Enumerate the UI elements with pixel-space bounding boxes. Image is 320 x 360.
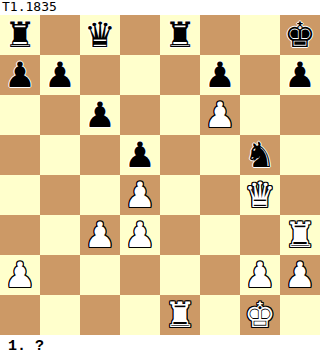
square-h2[interactable]: ♟ xyxy=(280,255,320,295)
white-pawn: ♟ xyxy=(124,215,155,255)
square-c6[interactable]: ♟ xyxy=(80,95,120,135)
square-a7[interactable]: ♟ xyxy=(0,55,40,95)
black-rook: ♜ xyxy=(164,15,195,55)
black-pawn: ♟ xyxy=(44,55,75,95)
square-b4[interactable] xyxy=(40,175,80,215)
square-h7[interactable]: ♟ xyxy=(280,55,320,95)
square-f3[interactable] xyxy=(200,215,240,255)
black-pawn: ♟ xyxy=(124,135,155,175)
square-e7[interactable] xyxy=(160,55,200,95)
square-e3[interactable] xyxy=(160,215,200,255)
white-pawn: ♟ xyxy=(204,95,235,135)
square-f1[interactable] xyxy=(200,295,240,335)
square-a3[interactable] xyxy=(0,215,40,255)
square-g7[interactable] xyxy=(240,55,280,95)
black-king: ♚ xyxy=(284,15,315,55)
square-e1[interactable]: ♜ xyxy=(160,295,200,335)
square-a4[interactable] xyxy=(0,175,40,215)
square-d6[interactable] xyxy=(120,95,160,135)
square-g5[interactable]: ♞ xyxy=(240,135,280,175)
square-e4[interactable] xyxy=(160,175,200,215)
square-c1[interactable] xyxy=(80,295,120,335)
square-d5[interactable]: ♟ xyxy=(120,135,160,175)
square-h3[interactable]: ♜ xyxy=(280,215,320,255)
chess-puzzle-app: T1.1835 ♜♛♜♚♟♟♟♟♟♟♟♞♟♛♟♟♜♟♟♟♜♚ 1. ? xyxy=(0,0,320,360)
black-pawn: ♟ xyxy=(284,55,315,95)
square-a2[interactable]: ♟ xyxy=(0,255,40,295)
square-c8[interactable]: ♛ xyxy=(80,15,120,55)
white-pawn: ♟ xyxy=(4,255,35,295)
square-c5[interactable] xyxy=(80,135,120,175)
square-h8[interactable]: ♚ xyxy=(280,15,320,55)
square-f8[interactable] xyxy=(200,15,240,55)
square-b8[interactable] xyxy=(40,15,80,55)
square-b5[interactable] xyxy=(40,135,80,175)
white-pawn: ♟ xyxy=(84,215,115,255)
square-h5[interactable] xyxy=(280,135,320,175)
square-b1[interactable] xyxy=(40,295,80,335)
black-pawn: ♟ xyxy=(204,55,235,95)
square-a6[interactable] xyxy=(0,95,40,135)
square-c7[interactable] xyxy=(80,55,120,95)
square-d2[interactable] xyxy=(120,255,160,295)
white-pawn: ♟ xyxy=(244,255,275,295)
square-g4[interactable]: ♛ xyxy=(240,175,280,215)
square-b3[interactable] xyxy=(40,215,80,255)
square-f6[interactable]: ♟ xyxy=(200,95,240,135)
square-e5[interactable] xyxy=(160,135,200,175)
square-a5[interactable] xyxy=(0,135,40,175)
square-c4[interactable] xyxy=(80,175,120,215)
square-f2[interactable] xyxy=(200,255,240,295)
square-e6[interactable] xyxy=(160,95,200,135)
square-h4[interactable] xyxy=(280,175,320,215)
square-d7[interactable] xyxy=(120,55,160,95)
square-f7[interactable]: ♟ xyxy=(200,55,240,95)
white-queen: ♛ xyxy=(244,175,275,215)
square-e2[interactable] xyxy=(160,255,200,295)
black-pawn: ♟ xyxy=(4,55,35,95)
square-h1[interactable] xyxy=(280,295,320,335)
square-b2[interactable] xyxy=(40,255,80,295)
square-g2[interactable]: ♟ xyxy=(240,255,280,295)
chess-board: ♜♛♜♚♟♟♟♟♟♟♟♞♟♛♟♟♜♟♟♟♜♚ xyxy=(0,15,320,335)
square-g1[interactable]: ♚ xyxy=(240,295,280,335)
square-g6[interactable] xyxy=(240,95,280,135)
white-king: ♚ xyxy=(244,295,275,335)
white-pawn: ♟ xyxy=(284,255,315,295)
square-f4[interactable] xyxy=(200,175,240,215)
square-d4[interactable]: ♟ xyxy=(120,175,160,215)
puzzle-id: T1.1835 xyxy=(0,0,320,15)
square-c3[interactable]: ♟ xyxy=(80,215,120,255)
square-g8[interactable] xyxy=(240,15,280,55)
white-pawn: ♟ xyxy=(124,175,155,215)
square-d1[interactable] xyxy=(120,295,160,335)
white-rook: ♜ xyxy=(164,295,195,335)
square-a8[interactable]: ♜ xyxy=(0,15,40,55)
square-c2[interactable] xyxy=(80,255,120,295)
square-e8[interactable]: ♜ xyxy=(160,15,200,55)
square-h6[interactable] xyxy=(280,95,320,135)
black-pawn: ♟ xyxy=(84,95,115,135)
move-prompt: 1. ? xyxy=(0,335,320,360)
black-queen: ♛ xyxy=(84,15,115,55)
square-a1[interactable] xyxy=(0,295,40,335)
square-b6[interactable] xyxy=(40,95,80,135)
square-b7[interactable]: ♟ xyxy=(40,55,80,95)
white-rook: ♜ xyxy=(284,215,315,255)
square-d3[interactable]: ♟ xyxy=(120,215,160,255)
square-f5[interactable] xyxy=(200,135,240,175)
black-rook: ♜ xyxy=(4,15,35,55)
square-g3[interactable] xyxy=(240,215,280,255)
square-d8[interactable] xyxy=(120,15,160,55)
black-knight: ♞ xyxy=(244,135,275,175)
